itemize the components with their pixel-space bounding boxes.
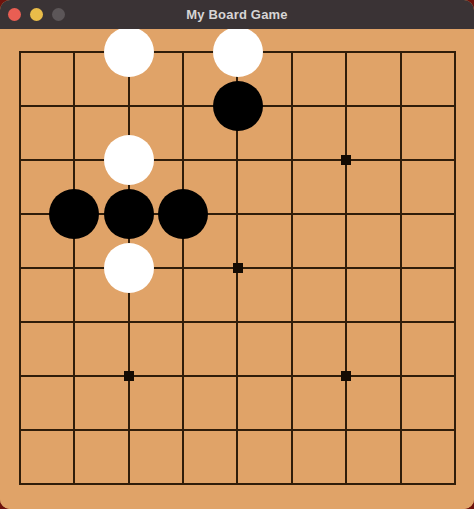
app-window: My Board Game ●●●●●●●● — [0, 0, 474, 509]
stone-black[interactable]: ● — [104, 189, 154, 239]
stone-white[interactable]: ● — [104, 29, 154, 77]
go-board[interactable]: ●●●●●●●● — [0, 29, 474, 509]
stone-white[interactable]: ● — [213, 29, 263, 77]
star-point — [341, 371, 351, 381]
stone-black[interactable]: ● — [213, 81, 263, 131]
stone-white[interactable]: ● — [104, 243, 154, 293]
titlebar[interactable]: My Board Game — [0, 0, 474, 29]
stone-white[interactable]: ● — [104, 135, 154, 185]
minimize-button[interactable] — [30, 8, 43, 21]
stone-black[interactable]: ● — [158, 189, 208, 239]
star-point — [124, 371, 134, 381]
zoom-button[interactable] — [52, 8, 65, 21]
star-point — [341, 155, 351, 165]
close-button[interactable] — [8, 8, 21, 21]
window-controls — [8, 0, 65, 29]
window-title: My Board Game — [186, 7, 288, 22]
star-point — [233, 263, 243, 273]
